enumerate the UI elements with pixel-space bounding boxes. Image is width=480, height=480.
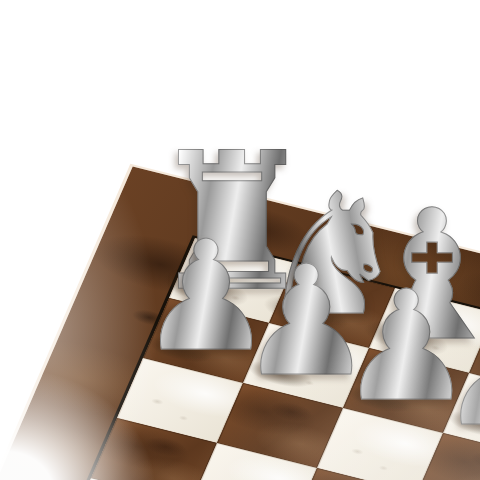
piece-silver-pawn-d2[interactable]: ♟ [438,296,480,448]
pieces-layer: ♜♞♝♟♟♟♟ [0,0,480,480]
product-photo-stage: ♜♞♝♟♟♟♟ [0,0,480,480]
